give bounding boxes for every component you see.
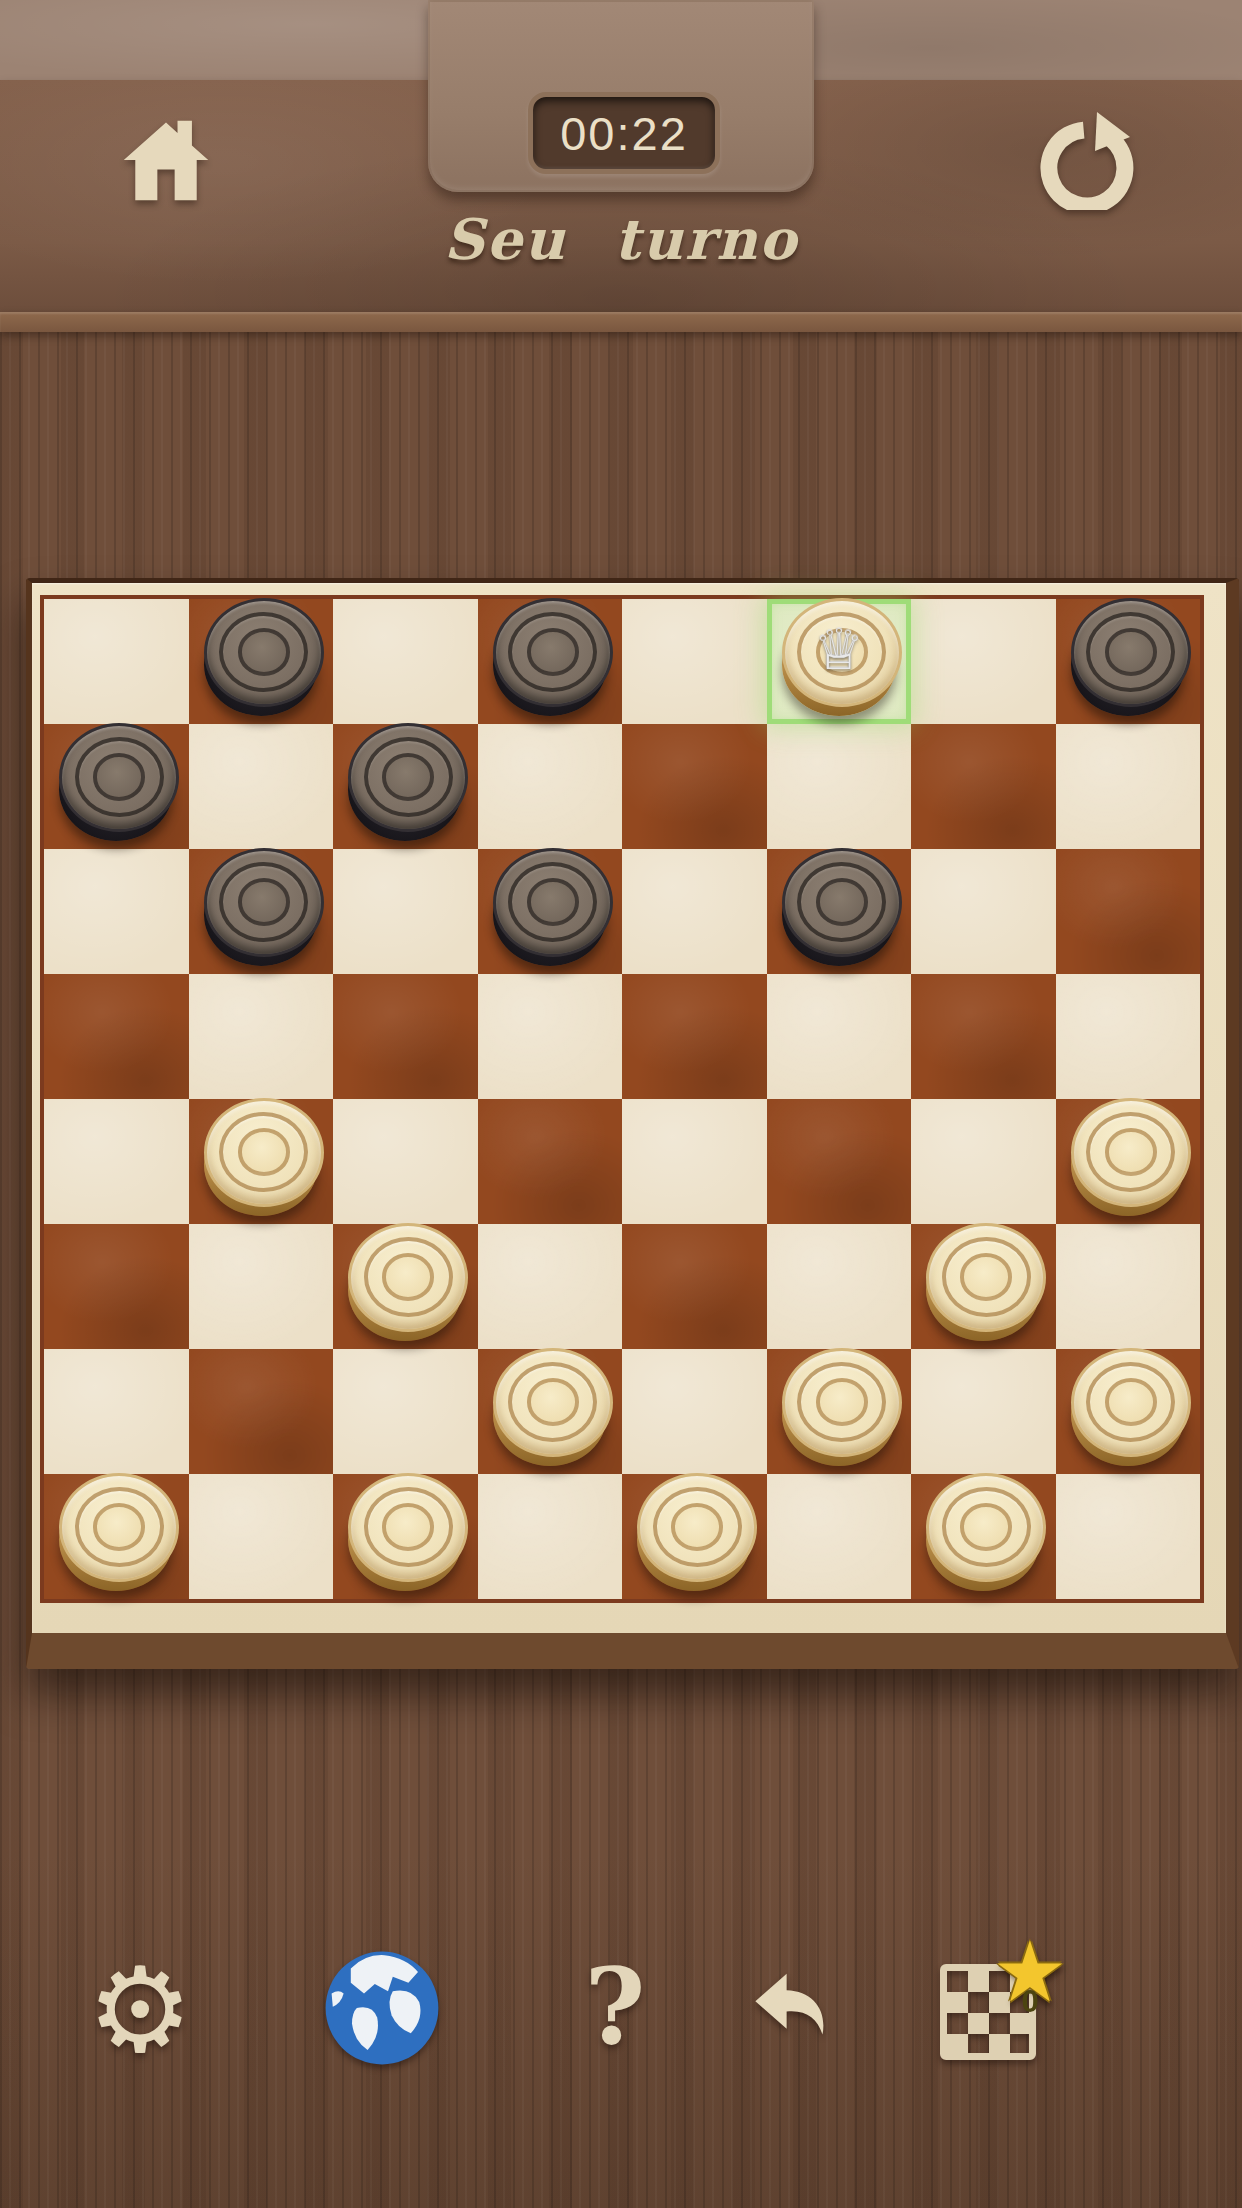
checker-piece-dark[interactable]	[204, 598, 318, 716]
timer-text: 00:22	[560, 106, 688, 161]
board-square[interactable]	[478, 1224, 623, 1349]
board-square[interactable]	[911, 1099, 1056, 1224]
star-badge-count: 0	[988, 1960, 1072, 2044]
board-square[interactable]	[622, 1349, 767, 1474]
board-square[interactable]	[1056, 599, 1201, 724]
board-square[interactable]	[333, 1474, 478, 1599]
board-square[interactable]	[478, 599, 623, 724]
board-square[interactable]	[911, 974, 1056, 1099]
board-square[interactable]	[333, 849, 478, 974]
board-square[interactable]	[911, 1224, 1056, 1349]
board-square[interactable]	[189, 724, 334, 849]
board-square[interactable]	[189, 1224, 334, 1349]
board-square[interactable]	[911, 724, 1056, 849]
checker-piece-light[interactable]	[926, 1223, 1040, 1341]
language-button[interactable]	[322, 1948, 442, 2068]
board-square[interactable]	[44, 1099, 189, 1224]
home-button[interactable]	[118, 112, 214, 208]
board-square[interactable]	[478, 1474, 623, 1599]
board-square[interactable]	[189, 1099, 334, 1224]
board-square[interactable]	[767, 1224, 912, 1349]
help-button[interactable]: ?	[570, 1946, 660, 2070]
settings-button[interactable]: ⚙	[80, 1950, 200, 2070]
board-square[interactable]	[622, 849, 767, 974]
board-square[interactable]	[622, 724, 767, 849]
board-square[interactable]	[622, 974, 767, 1099]
checker-piece-light[interactable]	[1071, 1098, 1185, 1216]
board-square[interactable]	[767, 1474, 912, 1599]
checker-piece-dark[interactable]	[348, 723, 462, 841]
refresh-icon	[1032, 110, 1142, 210]
board-square[interactable]	[189, 1474, 334, 1599]
board-square[interactable]	[1056, 1224, 1201, 1349]
board-square[interactable]	[44, 1349, 189, 1474]
board-square[interactable]	[767, 1349, 912, 1474]
restart-button[interactable]	[1032, 110, 1142, 210]
timer-plaque: 00:22	[528, 92, 720, 174]
checker-piece-light[interactable]	[637, 1473, 751, 1591]
board-square[interactable]	[333, 974, 478, 1099]
board-square[interactable]	[1056, 1349, 1201, 1474]
checker-piece-dark[interactable]	[204, 848, 318, 966]
board-square[interactable]	[911, 599, 1056, 724]
board-square[interactable]	[622, 1224, 767, 1349]
board-square[interactable]	[911, 1474, 1056, 1599]
board-square[interactable]	[478, 1099, 623, 1224]
checker-piece-light[interactable]	[204, 1098, 318, 1216]
board-square[interactable]	[478, 724, 623, 849]
board-square[interactable]	[622, 1099, 767, 1224]
board-square[interactable]	[189, 849, 334, 974]
board-square[interactable]	[189, 974, 334, 1099]
board-square[interactable]	[44, 1474, 189, 1599]
board-square[interactable]	[44, 974, 189, 1099]
board-square[interactable]	[478, 1349, 623, 1474]
undo-icon	[748, 1966, 840, 2054]
checker-piece-light-king[interactable]: ♕	[782, 598, 896, 716]
checker-piece-dark[interactable]	[493, 848, 607, 966]
board-square[interactable]	[189, 599, 334, 724]
board-square[interactable]	[44, 599, 189, 724]
checker-piece-dark[interactable]	[59, 723, 173, 841]
star-badge-icon: ★ 0	[988, 1930, 1072, 2014]
board-pinstripe: ♕	[40, 595, 1204, 1603]
checker-piece-light[interactable]	[348, 1223, 462, 1341]
checker-piece-light[interactable]	[782, 1348, 896, 1466]
checker-piece-dark[interactable]	[493, 598, 607, 716]
checker-piece-light[interactable]	[1071, 1348, 1185, 1466]
checker-piece-light[interactable]	[59, 1473, 173, 1591]
gear-icon: ⚙	[87, 1941, 193, 2079]
turn-status-text: Seu turno	[0, 206, 1242, 272]
header: 00:22 Seu turno	[0, 0, 1242, 332]
board-square[interactable]	[333, 1099, 478, 1224]
board-square[interactable]	[767, 1099, 912, 1224]
board-square[interactable]	[911, 1349, 1056, 1474]
globe-icon	[322, 1948, 442, 2068]
checker-piece-light[interactable]	[926, 1473, 1040, 1591]
achievements-button[interactable]: ★ 0	[940, 1964, 1036, 2060]
board-square[interactable]	[333, 1224, 478, 1349]
undo-button[interactable]	[748, 1966, 840, 2054]
board-square[interactable]	[333, 599, 478, 724]
board-square[interactable]	[44, 1224, 189, 1349]
question-icon: ?	[585, 1946, 646, 2069]
checker-piece-dark[interactable]	[782, 848, 896, 966]
board-square[interactable]	[1056, 1099, 1201, 1224]
board-square[interactable]	[767, 974, 912, 1099]
checkers-game-screen: { "game": "checkers", "header": { "timer…	[0, 0, 1242, 2208]
board-square[interactable]	[1056, 849, 1201, 974]
board-square[interactable]	[1056, 724, 1201, 849]
board-square[interactable]	[622, 599, 767, 724]
board-frame: ♕	[26, 578, 1239, 1669]
header-bottom-strip	[0, 312, 1242, 332]
board-square[interactable]	[44, 724, 189, 849]
home-icon	[118, 112, 214, 208]
board-square[interactable]	[333, 1349, 478, 1474]
board-grid: ♕	[44, 599, 1200, 1599]
board-square[interactable]	[44, 849, 189, 974]
board-square[interactable]	[622, 1474, 767, 1599]
board-square[interactable]	[333, 724, 478, 849]
board-square[interactable]	[767, 849, 912, 974]
checker-piece-light[interactable]	[348, 1473, 462, 1591]
checker-piece-light[interactable]	[493, 1348, 607, 1466]
board-square[interactable]: ♕	[767, 599, 912, 724]
board-square[interactable]	[1056, 1474, 1201, 1599]
board-square[interactable]	[911, 849, 1056, 974]
board-square[interactable]	[478, 849, 623, 974]
king-crown-icon: ♕	[782, 598, 896, 701]
board-square[interactable]	[189, 1349, 334, 1474]
board-square[interactable]	[1056, 974, 1201, 1099]
board-square[interactable]	[478, 974, 623, 1099]
checker-piece-dark[interactable]	[1071, 598, 1185, 716]
board-square[interactable]	[767, 724, 912, 849]
